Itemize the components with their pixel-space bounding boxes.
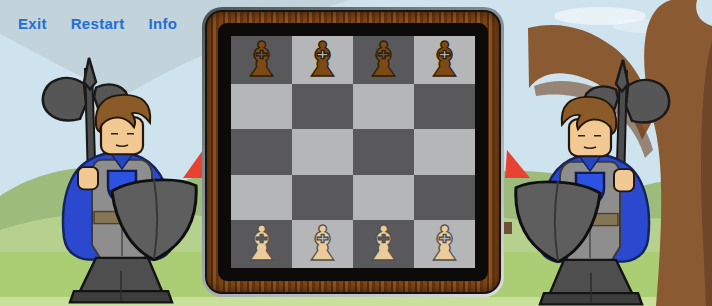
board-cell[interactable]: ♝ [292, 220, 353, 268]
dark-bishop[interactable]: ♝ [301, 35, 344, 83]
board-grid: ♝♝♝♝♝♝♝♝ [231, 36, 475, 268]
dark-bishop[interactable]: ♝ [423, 35, 466, 83]
dark-bishop[interactable]: ♝ [240, 35, 283, 83]
board-cell[interactable]: ♝ [231, 36, 292, 84]
light-bishop[interactable]: ♝ [240, 219, 283, 267]
board-cell[interactable]: ♝ [414, 220, 475, 268]
right-guard-character [502, 58, 672, 306]
light-bishop[interactable]: ♝ [301, 219, 344, 267]
board-cell[interactable]: ♝ [353, 36, 414, 84]
game-scene: ♝♝♝♝♝♝♝♝ Exit Restart Info [0, 0, 712, 306]
board-cell[interactable] [231, 129, 292, 174]
exit-button[interactable]: Exit [18, 15, 47, 32]
left-guard-character [40, 56, 210, 306]
board-cell[interactable] [231, 84, 292, 129]
light-bishop[interactable]: ♝ [423, 219, 466, 267]
board-cell[interactable]: ♝ [231, 220, 292, 268]
board-cell[interactable] [292, 84, 353, 129]
board-cell[interactable] [353, 175, 414, 220]
chess-board: ♝♝♝♝♝♝♝♝ [202, 7, 504, 297]
board-cell[interactable] [414, 84, 475, 129]
board-cell[interactable]: ♝ [292, 36, 353, 84]
dark-bishop[interactable]: ♝ [362, 35, 405, 83]
light-bishop[interactable]: ♝ [362, 219, 405, 267]
board-cell[interactable] [231, 175, 292, 220]
board-cell[interactable] [292, 129, 353, 174]
board-cell[interactable] [353, 84, 414, 129]
board-cell[interactable] [353, 129, 414, 174]
board-cell[interactable] [414, 175, 475, 220]
restart-button[interactable]: Restart [71, 15, 125, 32]
board-cell[interactable]: ♝ [414, 36, 475, 84]
menu-bar: Exit Restart Info [18, 15, 177, 32]
board-cell[interactable]: ♝ [353, 220, 414, 268]
board-cell[interactable] [292, 175, 353, 220]
board-cell[interactable] [414, 129, 475, 174]
info-button[interactable]: Info [149, 15, 178, 32]
